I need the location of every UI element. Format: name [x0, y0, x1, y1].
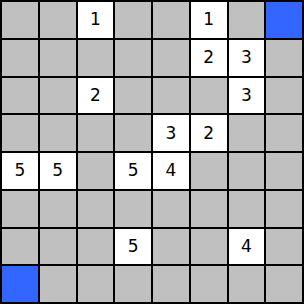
- empty-cell-r4c2[interactable]: [78, 153, 114, 189]
- clue-number: 2: [203, 125, 214, 142]
- clue-number: 5: [14, 162, 25, 179]
- clue-cell-r0c2[interactable]: 1: [78, 2, 114, 38]
- clue-cell-r2c6[interactable]: 3: [229, 78, 265, 114]
- empty-cell-r6c5[interactable]: [191, 229, 227, 265]
- empty-cell-r5c6[interactable]: [229, 191, 265, 227]
- empty-cell-r4c6[interactable]: [229, 153, 265, 189]
- empty-cell-r1c2[interactable]: [78, 40, 114, 76]
- empty-cell-r6c2[interactable]: [78, 229, 114, 265]
- empty-cell-r2c5[interactable]: [191, 78, 227, 114]
- clue-number: 3: [165, 125, 176, 142]
- empty-cell-r3c0[interactable]: [2, 115, 38, 151]
- clue-number: 2: [90, 87, 101, 104]
- empty-cell-r1c3[interactable]: [115, 40, 151, 76]
- empty-cell-r7c7[interactable]: [266, 266, 302, 302]
- empty-cell-r5c1[interactable]: [40, 191, 76, 227]
- empty-cell-r4c7[interactable]: [266, 153, 302, 189]
- clue-number: 3: [241, 49, 252, 66]
- empty-cell-r2c4[interactable]: [153, 78, 189, 114]
- clue-cell-r3c5[interactable]: 2: [191, 115, 227, 151]
- empty-cell-r3c7[interactable]: [266, 115, 302, 151]
- empty-cell-r1c4[interactable]: [153, 40, 189, 76]
- empty-cell-r0c0[interactable]: [2, 2, 38, 38]
- clue-cell-r4c3[interactable]: 5: [115, 153, 151, 189]
- empty-cell-r0c1[interactable]: [40, 2, 76, 38]
- empty-cell-r0c4[interactable]: [153, 2, 189, 38]
- clue-number: 4: [165, 162, 176, 179]
- empty-cell-r5c5[interactable]: [191, 191, 227, 227]
- empty-cell-r3c3[interactable]: [115, 115, 151, 151]
- empty-cell-r5c2[interactable]: [78, 191, 114, 227]
- clue-number: 2: [203, 49, 214, 66]
- clue-cell-r3c4[interactable]: 3: [153, 115, 189, 151]
- empty-cell-r3c1[interactable]: [40, 115, 76, 151]
- clue-cell-r4c1[interactable]: 5: [40, 153, 76, 189]
- empty-cell-r3c2[interactable]: [78, 115, 114, 151]
- empty-cell-r6c1[interactable]: [40, 229, 76, 265]
- empty-cell-r0c6[interactable]: [229, 2, 265, 38]
- empty-cell-r6c0[interactable]: [2, 229, 38, 265]
- blue-cell-r7c0[interactable]: [2, 266, 38, 302]
- clue-number: 4: [241, 238, 252, 255]
- clue-number: 3: [241, 87, 252, 104]
- clue-cell-r1c6[interactable]: 3: [229, 40, 265, 76]
- empty-cell-r2c0[interactable]: [2, 78, 38, 114]
- clue-cell-r4c0[interactable]: 5: [2, 153, 38, 189]
- empty-cell-r7c3[interactable]: [115, 266, 151, 302]
- empty-cell-r7c6[interactable]: [229, 266, 265, 302]
- empty-cell-r7c2[interactable]: [78, 266, 114, 302]
- empty-cell-r1c0[interactable]: [2, 40, 38, 76]
- clue-number: 5: [128, 238, 139, 255]
- empty-cell-r5c3[interactable]: [115, 191, 151, 227]
- empty-cell-r1c1[interactable]: [40, 40, 76, 76]
- clue-number: 1: [203, 11, 214, 28]
- empty-cell-r5c4[interactable]: [153, 191, 189, 227]
- clue-cell-r0c5[interactable]: 1: [191, 2, 227, 38]
- empty-cell-r5c0[interactable]: [2, 191, 38, 227]
- empty-cell-r7c1[interactable]: [40, 266, 76, 302]
- clue-cell-r2c2[interactable]: 2: [78, 78, 114, 114]
- empty-cell-r5c7[interactable]: [266, 191, 302, 227]
- clue-cell-r1c5[interactable]: 2: [191, 40, 227, 76]
- empty-cell-r6c7[interactable]: [266, 229, 302, 265]
- clue-cell-r6c6[interactable]: 4: [229, 229, 265, 265]
- empty-cell-r7c5[interactable]: [191, 266, 227, 302]
- empty-cell-r2c3[interactable]: [115, 78, 151, 114]
- empty-cell-r6c4[interactable]: [153, 229, 189, 265]
- clue-cell-r6c3[interactable]: 5: [115, 229, 151, 265]
- clue-cell-r4c4[interactable]: 4: [153, 153, 189, 189]
- blue-cell-r0c7[interactable]: [266, 2, 302, 38]
- empty-cell-r1c7[interactable]: [266, 40, 302, 76]
- puzzle-board: 11232332555454: [0, 0, 304, 304]
- empty-cell-r4c5[interactable]: [191, 153, 227, 189]
- empty-cell-r7c4[interactable]: [153, 266, 189, 302]
- empty-cell-r2c7[interactable]: [266, 78, 302, 114]
- clue-number: 1: [90, 11, 101, 28]
- clue-number: 5: [52, 162, 63, 179]
- empty-cell-r2c1[interactable]: [40, 78, 76, 114]
- clue-number: 5: [128, 162, 139, 179]
- empty-cell-r0c3[interactable]: [115, 2, 151, 38]
- empty-cell-r3c6[interactable]: [229, 115, 265, 151]
